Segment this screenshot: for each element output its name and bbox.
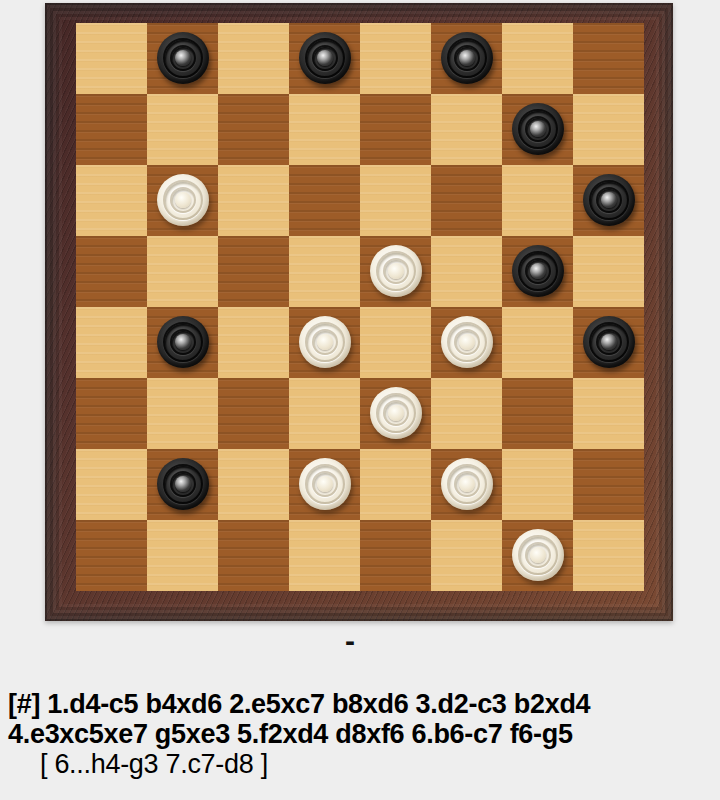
white-man-d4[interactable] (299, 316, 351, 368)
square-g2[interactable] (502, 449, 573, 520)
square-g3[interactable] (502, 378, 573, 449)
piece-hub (530, 121, 546, 137)
piece-inner-ring (312, 45, 338, 71)
square-a6[interactable] (76, 165, 147, 236)
piece-hub (388, 405, 404, 421)
square-a4[interactable] (76, 307, 147, 378)
black-man-h4[interactable] (583, 316, 635, 368)
square-h1[interactable] (573, 520, 644, 591)
square-f8[interactable] (431, 23, 502, 94)
square-d5[interactable] (289, 236, 360, 307)
piece-hub (175, 334, 191, 350)
square-h3[interactable] (573, 378, 644, 449)
piece-outer-ring (163, 464, 203, 504)
piece-hub (317, 50, 333, 66)
black-man-b8[interactable] (157, 32, 209, 84)
piece-inner-ring (525, 116, 551, 142)
white-man-b6[interactable] (157, 174, 209, 226)
piece-outer-ring (447, 38, 487, 78)
game-result-dash: - (0, 624, 700, 658)
piece-inner-ring (383, 258, 409, 284)
white-man-g1[interactable] (512, 529, 564, 581)
piece-outer-ring (305, 322, 345, 362)
piece-hub (459, 476, 475, 492)
square-c8[interactable] (218, 23, 289, 94)
square-c3[interactable] (218, 378, 289, 449)
square-c6[interactable] (218, 165, 289, 236)
piece-inner-ring (525, 542, 551, 568)
piece-outer-ring (305, 464, 345, 504)
checkers-app-page: - [#] 1.d4-c5 b4xd6 2.e5xc7 b8xd6 3.d2-c… (0, 0, 720, 800)
piece-inner-ring (170, 329, 196, 355)
square-b2[interactable] (147, 449, 218, 520)
piece-outer-ring (376, 251, 416, 291)
piece-hub (530, 547, 546, 563)
piece-outer-ring (447, 464, 487, 504)
square-a8[interactable] (76, 23, 147, 94)
white-man-e5[interactable] (370, 245, 422, 297)
square-c4[interactable] (218, 307, 289, 378)
square-e2[interactable] (360, 449, 431, 520)
square-d1[interactable] (289, 520, 360, 591)
piece-hub (459, 50, 475, 66)
white-man-f4[interactable] (441, 316, 493, 368)
square-f7[interactable] (431, 94, 502, 165)
square-f2[interactable] (431, 449, 502, 520)
piece-outer-ring (163, 38, 203, 78)
piece-inner-ring (383, 400, 409, 426)
square-h2[interactable] (573, 449, 644, 520)
piece-inner-ring (596, 187, 622, 213)
piece-outer-ring (305, 38, 345, 78)
piece-inner-ring (170, 471, 196, 497)
square-e6[interactable] (360, 165, 431, 236)
black-man-b2[interactable] (157, 458, 209, 510)
square-d3[interactable] (289, 378, 360, 449)
square-g8[interactable] (502, 23, 573, 94)
piece-inner-ring (170, 45, 196, 71)
square-e7[interactable] (360, 94, 431, 165)
black-man-b4[interactable] (157, 316, 209, 368)
square-b4[interactable] (147, 307, 218, 378)
piece-outer-ring (376, 393, 416, 433)
square-g6[interactable] (502, 165, 573, 236)
square-e5[interactable] (360, 236, 431, 307)
square-b6[interactable] (147, 165, 218, 236)
piece-inner-ring (596, 329, 622, 355)
square-h7[interactable] (573, 94, 644, 165)
move-list: [#] 1.d4-c5 b4xd6 2.e5xc7 b8xd6 3.d2-c3 … (8, 689, 716, 779)
square-c5[interactable] (218, 236, 289, 307)
piece-outer-ring (447, 322, 487, 362)
piece-outer-ring (163, 322, 203, 362)
square-h6[interactable] (573, 165, 644, 236)
square-b1[interactable] (147, 520, 218, 591)
square-a5[interactable] (76, 236, 147, 307)
square-c7[interactable] (218, 94, 289, 165)
square-g4[interactable] (502, 307, 573, 378)
piece-outer-ring (518, 535, 558, 575)
white-man-f2[interactable] (441, 458, 493, 510)
square-g5[interactable] (502, 236, 573, 307)
square-e4[interactable] (360, 307, 431, 378)
black-man-g7[interactable] (512, 103, 564, 155)
square-d8[interactable] (289, 23, 360, 94)
checkers-board (76, 23, 644, 591)
move-list-variation: [ 6...h4-g3 7.c7-d8 ] (8, 749, 716, 779)
piece-inner-ring (454, 471, 480, 497)
piece-hub (601, 334, 617, 350)
square-d4[interactable] (289, 307, 360, 378)
piece-inner-ring (170, 187, 196, 213)
piece-inner-ring (454, 329, 480, 355)
square-a7[interactable] (76, 94, 147, 165)
piece-hub (388, 263, 404, 279)
square-c1[interactable] (218, 520, 289, 591)
black-man-g5[interactable] (512, 245, 564, 297)
piece-inner-ring (454, 45, 480, 71)
square-f3[interactable] (431, 378, 502, 449)
piece-inner-ring (525, 258, 551, 284)
piece-outer-ring (589, 322, 629, 362)
square-e8[interactable] (360, 23, 431, 94)
white-man-e3[interactable] (370, 387, 422, 439)
piece-outer-ring (518, 251, 558, 291)
square-b3[interactable] (147, 378, 218, 449)
black-man-d8[interactable] (299, 32, 351, 84)
piece-hub (317, 476, 333, 492)
white-man-d2[interactable] (299, 458, 351, 510)
piece-hub (175, 50, 191, 66)
piece-hub (601, 192, 617, 208)
square-h4[interactable] (573, 307, 644, 378)
square-f1[interactable] (431, 520, 502, 591)
square-e1[interactable] (360, 520, 431, 591)
square-b7[interactable] (147, 94, 218, 165)
move-list-line-1: [#] 1.d4-c5 b4xd6 2.e5xc7 b8xd6 3.d2-c3 … (8, 689, 716, 719)
square-b8[interactable] (147, 23, 218, 94)
piece-inner-ring (312, 329, 338, 355)
square-g1[interactable] (502, 520, 573, 591)
square-b5[interactable] (147, 236, 218, 307)
piece-hub (317, 334, 333, 350)
piece-outer-ring (589, 180, 629, 220)
piece-hub (459, 334, 475, 350)
square-d2[interactable] (289, 449, 360, 520)
piece-outer-ring (163, 180, 203, 220)
black-man-h6[interactable] (583, 174, 635, 226)
square-g7[interactable] (502, 94, 573, 165)
square-d7[interactable] (289, 94, 360, 165)
piece-inner-ring (312, 471, 338, 497)
black-man-f8[interactable] (441, 32, 493, 84)
square-f6[interactable] (431, 165, 502, 236)
board-frame (45, 3, 673, 621)
piece-hub (175, 476, 191, 492)
piece-hub (175, 192, 191, 208)
square-a3[interactable] (76, 378, 147, 449)
square-h5[interactable] (573, 236, 644, 307)
move-list-line-2: 4.e3xc5xe7 g5xe3 5.f2xd4 d8xf6 6.b6-c7 f… (8, 719, 716, 749)
square-d6[interactable] (289, 165, 360, 236)
square-a2[interactable] (76, 449, 147, 520)
piece-outer-ring (518, 109, 558, 149)
square-f5[interactable] (431, 236, 502, 307)
square-a1[interactable] (76, 520, 147, 591)
piece-hub (530, 263, 546, 279)
square-f4[interactable] (431, 307, 502, 378)
square-e3[interactable] (360, 378, 431, 449)
square-c2[interactable] (218, 449, 289, 520)
square-h8[interactable] (573, 23, 644, 94)
